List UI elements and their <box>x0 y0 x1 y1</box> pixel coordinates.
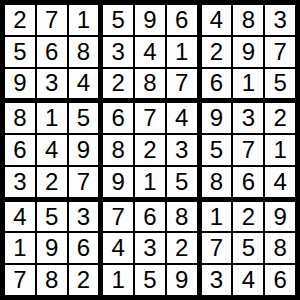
sudoku-box-1-2: 932571864 <box>202 103 295 196</box>
sudoku-cell-r9c8[interactable]: 4 <box>233 265 263 295</box>
sudoku-cell-r5c3[interactable]: 9 <box>69 135 99 165</box>
sudoku-cell-r2c3[interactable]: 8 <box>69 37 99 67</box>
sudoku-cell-r8c8[interactable]: 5 <box>233 233 263 263</box>
sudoku-cell-r4c9[interactable]: 2 <box>265 103 295 133</box>
sudoku-cell-r4c8[interactable]: 3 <box>233 103 263 133</box>
sudoku-cell-r2c5[interactable]: 4 <box>135 37 165 67</box>
sudoku-cell-r2c1[interactable]: 5 <box>5 37 35 67</box>
sudoku-cell-r4c2[interactable]: 1 <box>37 103 67 133</box>
sudoku-cell-r1c1[interactable]: 2 <box>5 5 35 35</box>
sudoku-cell-r7c9[interactable]: 9 <box>265 202 295 232</box>
sudoku-cell-r5c4[interactable]: 8 <box>103 135 133 165</box>
sudoku-cell-r2c9[interactable]: 7 <box>265 37 295 67</box>
sudoku-cell-r4c3[interactable]: 5 <box>69 103 99 133</box>
sudoku-cell-r3c3[interactable]: 4 <box>69 69 99 99</box>
sudoku-cell-r6c4[interactable]: 9 <box>103 167 133 197</box>
sudoku-cell-r8c2[interactable]: 9 <box>37 233 67 263</box>
sudoku-box-2-0: 453196782 <box>5 202 98 295</box>
sudoku-cell-r7c1[interactable]: 4 <box>5 202 35 232</box>
sudoku-cell-r1c4[interactable]: 5 <box>103 5 133 35</box>
sudoku-cell-r7c2[interactable]: 5 <box>37 202 67 232</box>
sudoku-cell-r2c8[interactable]: 9 <box>233 37 263 67</box>
sudoku-cell-r1c5[interactable]: 9 <box>135 5 165 35</box>
sudoku-cell-r9c1[interactable]: 7 <box>5 265 35 295</box>
sudoku-cell-r6c6[interactable]: 5 <box>167 167 197 197</box>
sudoku-cell-r7c4[interactable]: 7 <box>103 202 133 232</box>
sudoku-box-0-0: 271568934 <box>5 5 98 98</box>
sudoku-cell-r3c7[interactable]: 6 <box>202 69 232 99</box>
sudoku-cell-r7c3[interactable]: 3 <box>69 202 99 232</box>
sudoku-cell-r3c6[interactable]: 7 <box>167 69 197 99</box>
sudoku-cell-r9c6[interactable]: 9 <box>167 265 197 295</box>
sudoku-cell-r1c9[interactable]: 3 <box>265 5 295 35</box>
sudoku-cell-r4c7[interactable]: 9 <box>202 103 232 133</box>
sudoku-cell-r5c8[interactable]: 7 <box>233 135 263 165</box>
sudoku-cell-r1c8[interactable]: 8 <box>233 5 263 35</box>
sudoku-cell-r8c9[interactable]: 8 <box>265 233 295 263</box>
sudoku-cell-r7c6[interactable]: 8 <box>167 202 197 232</box>
sudoku-cell-r8c4[interactable]: 4 <box>103 233 133 263</box>
sudoku-cell-r4c5[interactable]: 7 <box>135 103 165 133</box>
sudoku-cell-r9c2[interactable]: 8 <box>37 265 67 295</box>
sudoku-cell-r8c7[interactable]: 7 <box>202 233 232 263</box>
sudoku-cell-r3c8[interactable]: 1 <box>233 69 263 99</box>
sudoku-cell-r9c3[interactable]: 2 <box>69 265 99 295</box>
sudoku-cell-r5c2[interactable]: 4 <box>37 135 67 165</box>
sudoku-cell-r5c6[interactable]: 3 <box>167 135 197 165</box>
sudoku-cell-r6c3[interactable]: 7 <box>69 167 99 197</box>
sudoku-box-2-1: 768432159 <box>103 202 196 295</box>
sudoku-cell-r6c8[interactable]: 6 <box>233 167 263 197</box>
sudoku-cell-r2c7[interactable]: 2 <box>202 37 232 67</box>
sudoku-cell-r3c5[interactable]: 8 <box>135 69 165 99</box>
sudoku-cell-r2c6[interactable]: 1 <box>167 37 197 67</box>
sudoku-box-0-1: 596341287 <box>103 5 196 98</box>
sudoku-box-0-2: 483297615 <box>202 5 295 98</box>
sudoku-box-1-1: 674823915 <box>103 103 196 196</box>
sudoku-cell-r1c6[interactable]: 6 <box>167 5 197 35</box>
sudoku-cell-r9c4[interactable]: 1 <box>103 265 133 295</box>
sudoku-cell-r6c5[interactable]: 1 <box>135 167 165 197</box>
sudoku-cell-r9c7[interactable]: 3 <box>202 265 232 295</box>
sudoku-cell-r2c4[interactable]: 3 <box>103 37 133 67</box>
sudoku-cell-r9c5[interactable]: 5 <box>135 265 165 295</box>
sudoku-cell-r5c1[interactable]: 6 <box>5 135 35 165</box>
sudoku-cell-r3c2[interactable]: 3 <box>37 69 67 99</box>
sudoku-cell-r5c5[interactable]: 2 <box>135 135 165 165</box>
sudoku-cell-r9c9[interactable]: 6 <box>265 265 295 295</box>
sudoku-cell-r5c9[interactable]: 1 <box>265 135 295 165</box>
sudoku-cell-r6c1[interactable]: 3 <box>5 167 35 197</box>
sudoku-cell-r2c2[interactable]: 6 <box>37 37 67 67</box>
sudoku-cell-r3c4[interactable]: 2 <box>103 69 133 99</box>
sudoku-cell-r6c7[interactable]: 8 <box>202 167 232 197</box>
sudoku-cell-r1c7[interactable]: 4 <box>202 5 232 35</box>
sudoku-cell-r1c3[interactable]: 1 <box>69 5 99 35</box>
sudoku-cell-r8c6[interactable]: 2 <box>167 233 197 263</box>
sudoku-cell-r6c2[interactable]: 2 <box>37 167 67 197</box>
sudoku-cell-r4c4[interactable]: 6 <box>103 103 133 133</box>
sudoku-cell-r4c6[interactable]: 4 <box>167 103 197 133</box>
sudoku-cell-r5c7[interactable]: 5 <box>202 135 232 165</box>
sudoku-puzzle: 2715689345963412874832976158156493276748… <box>0 0 300 300</box>
sudoku-cell-r8c3[interactable]: 6 <box>69 233 99 263</box>
sudoku-box-1-0: 815649327 <box>5 103 98 196</box>
sudoku-cell-r1c2[interactable]: 7 <box>37 5 67 35</box>
sudoku-cell-r8c5[interactable]: 3 <box>135 233 165 263</box>
sudoku-cell-r3c9[interactable]: 5 <box>265 69 295 99</box>
sudoku-cell-r8c1[interactable]: 1 <box>5 233 35 263</box>
sudoku-box-2-2: 129758346 <box>202 202 295 295</box>
sudoku-cell-r6c9[interactable]: 4 <box>265 167 295 197</box>
sudoku-board: 2715689345963412874832976158156493276748… <box>0 0 300 300</box>
sudoku-cell-r7c8[interactable]: 2 <box>233 202 263 232</box>
sudoku-cell-r7c5[interactable]: 6 <box>135 202 165 232</box>
sudoku-cell-r7c7[interactable]: 1 <box>202 202 232 232</box>
sudoku-cell-r4c1[interactable]: 8 <box>5 103 35 133</box>
sudoku-cell-r3c1[interactable]: 9 <box>5 69 35 99</box>
